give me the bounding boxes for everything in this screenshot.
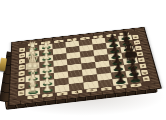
board-grid: 12345678a♜♟♟♜ab♞♟♟♞bc♝♟♟♝cd♛♟♟♛de♚♟♟♚ef♝… bbox=[17, 31, 152, 101]
coord-tile: e bbox=[138, 57, 145, 62]
chess-set-photo: 12345678a♜♟♟♜ab♞♟♟♞bc♝♟♟♝cd♛♟♟♛de♚♟♟♚ef♝… bbox=[0, 0, 166, 120]
coord-tile: f bbox=[139, 63, 146, 68]
coord-tile: 3 bbox=[57, 92, 68, 96]
coord-label-rank-3: 3 bbox=[55, 91, 70, 97]
coord-tile: 6 bbox=[101, 87, 112, 91]
coord-tile: 2 bbox=[42, 93, 53, 97]
square-d6[interactable] bbox=[94, 55, 109, 63]
coord-tile: h bbox=[18, 90, 24, 96]
coord-tile: 5 bbox=[86, 88, 97, 92]
coord-tile: f bbox=[18, 77, 24, 82]
coord-tile: 8 bbox=[130, 83, 141, 87]
white-pawn-h2[interactable]: ♟ bbox=[43, 83, 52, 92]
board-tilt-wrapper: 12345678a♜♟♟♜ab♞♟♟♞bc♝♟♟♝cd♛♟♟♛de♚♟♟♚ef♝… bbox=[1, 0, 160, 120]
coord-tile: g bbox=[141, 70, 148, 75]
coord-label-rank-2: 2 bbox=[40, 93, 55, 99]
coord-tile: 4 bbox=[72, 90, 83, 94]
coord-tile: a bbox=[19, 48, 25, 53]
white-rook-h1[interactable]: ♜ bbox=[28, 84, 37, 95]
coord-tile: h bbox=[143, 76, 150, 81]
board-top-surface: 12345678a♜♟♟♜ab♞♟♟♞bc♝♟♟♝cd♛♟♟♛de♚♟♟♚ef♝… bbox=[8, 27, 162, 106]
coord-label-rank-1: 1 bbox=[25, 94, 40, 100]
coord-tile: e bbox=[19, 71, 25, 76]
chess-board: 12345678a♜♟♟♜ab♞♟♟♞bc♝♟♟♝cd♛♟♟♛de♚♟♟♚ef♝… bbox=[8, 27, 162, 106]
coord-tile: 7 bbox=[116, 85, 127, 89]
coord-label-rank-5: 5 bbox=[84, 88, 99, 94]
coord-label-rank-6: 6 bbox=[99, 86, 114, 92]
coord-tile: g bbox=[18, 84, 24, 89]
coord-label-rank-8: 8 bbox=[128, 83, 144, 89]
coord-tile: 1 bbox=[27, 95, 38, 99]
coord-label-rank-7: 7 bbox=[113, 84, 129, 90]
square-c5[interactable] bbox=[80, 50, 94, 57]
coord-label-rank-4: 4 bbox=[69, 89, 84, 95]
border-corner bbox=[143, 82, 152, 87]
black-rook-h8[interactable]: ♜ bbox=[131, 72, 140, 83]
square-h5[interactable] bbox=[83, 81, 98, 89]
border-corner bbox=[17, 96, 26, 101]
black-pawn-h7[interactable]: ♟ bbox=[116, 75, 125, 84]
square-d3[interactable] bbox=[53, 59, 67, 67]
